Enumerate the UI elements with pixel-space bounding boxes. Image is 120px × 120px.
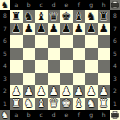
white-bishop[interactable]: ♝ [36,98,46,109]
square-b7[interactable]: ♟ [23,23,36,36]
square-e6[interactable] [60,35,73,48]
black-queen[interactable]: ♛ [49,11,59,22]
white-knight[interactable]: ♞ [24,98,34,109]
square-b8[interactable]: ♞ [23,10,36,23]
black-bishop[interactable]: ♝ [74,11,84,22]
file-label-a: a [10,110,23,120]
square-a8[interactable]: ♜ [10,10,23,23]
black-pawn[interactable]: ♟ [24,23,34,34]
printer-icon [111,111,119,119]
black-pawn[interactable]: ♟ [36,23,46,34]
rank-label-2: 2 [0,85,10,98]
white-pawn[interactable]: ♟ [49,86,59,97]
square-g6[interactable] [85,35,98,48]
square-b5[interactable] [23,48,36,61]
white-pawn[interactable]: ♟ [61,86,71,97]
file-label-e: e [60,0,73,10]
black-pawn[interactable]: ♟ [86,23,96,34]
corner-bottom-left: ♞ [0,110,10,120]
square-c2[interactable]: ♟ [35,85,48,98]
file-labels-bottom: abcdefgh [10,110,110,120]
file-label-f: f [73,0,86,10]
white-knight[interactable]: ♞ [86,98,96,109]
square-d7[interactable]: ♟ [48,23,61,36]
square-e8[interactable]: ♚ [60,10,73,23]
file-label-d: d [48,110,61,120]
square-d5[interactable] [48,48,61,61]
rank-label-4: 4 [0,60,10,73]
black-knight-icon: ♞ [1,1,9,10]
square-f6[interactable] [73,35,86,48]
file-label-h: h [98,0,111,10]
white-queen[interactable]: ♛ [49,98,59,109]
file-label-a: a [10,0,23,10]
square-e3[interactable] [60,73,73,86]
black-rook[interactable]: ♜ [11,11,21,22]
square-c4[interactable] [35,60,48,73]
file-label-f: f [73,110,86,120]
square-c3[interactable] [35,73,48,86]
square-g2[interactable]: ♟ [85,85,98,98]
black-knight[interactable]: ♞ [24,11,34,22]
white-bishop[interactable]: ♝ [74,98,84,109]
rank-label-6: 6 [110,35,120,48]
rank-labels-left: 87654321 [0,10,10,110]
white-pawn[interactable]: ♟ [36,86,46,97]
square-h8[interactable]: ♜ [98,10,111,23]
rank-label-2: 2 [110,85,120,98]
white-pawn[interactable]: ♟ [99,86,109,97]
square-d6[interactable] [48,35,61,48]
square-a5[interactable] [10,48,23,61]
white-pawn[interactable]: ♟ [24,86,34,97]
rank-label-7: 7 [110,23,120,36]
rank-label-1: 1 [0,98,10,111]
square-b6[interactable] [23,35,36,48]
square-f2[interactable]: ♟ [73,85,86,98]
file-label-g: g [85,0,98,10]
square-g3[interactable] [85,73,98,86]
black-king[interactable]: ♚ [61,11,71,22]
square-d4[interactable] [48,60,61,73]
square-e1[interactable]: ♚ [60,98,73,111]
file-labels-top: abcdefgh [10,0,110,10]
square-d2[interactable]: ♟ [48,85,61,98]
white-pawn[interactable]: ♟ [86,86,96,97]
rank-label-1: 1 [110,98,120,111]
square-b2[interactable]: ♟ [23,85,36,98]
rank-label-5: 5 [110,48,120,61]
square-h5[interactable] [98,48,111,61]
square-f1[interactable]: ♝ [73,98,86,111]
square-c5[interactable] [35,48,48,61]
square-c7[interactable]: ♟ [35,23,48,36]
black-pawn[interactable]: ♟ [74,23,84,34]
white-king[interactable]: ♚ [61,98,71,109]
square-a2[interactable]: ♟ [10,85,23,98]
square-f4[interactable] [73,60,86,73]
white-rook[interactable]: ♜ [11,98,21,109]
square-f7[interactable]: ♟ [73,23,86,36]
black-pawn[interactable]: ♟ [11,23,21,34]
file-label-b: b [23,110,36,120]
square-a1[interactable]: ♜ [10,98,23,111]
file-label-g: g [85,110,98,120]
square-h3[interactable] [98,73,111,86]
black-pawn[interactable]: ♟ [49,23,59,34]
file-label-h: h [98,110,111,120]
white-knight-icon: ♞ [1,111,9,120]
rank-label-3: 3 [0,73,10,86]
printer-icon [111,1,119,9]
rank-label-6: 6 [0,35,10,48]
square-g1[interactable]: ♞ [85,98,98,111]
square-e7[interactable]: ♟ [60,23,73,36]
square-a7[interactable]: ♟ [10,23,23,36]
square-e2[interactable]: ♟ [60,85,73,98]
corner-bottom-right[interactable] [110,110,120,120]
square-a6[interactable] [10,35,23,48]
square-g7[interactable]: ♟ [85,23,98,36]
square-h1[interactable]: ♜ [98,98,111,111]
black-bishop[interactable]: ♝ [36,11,46,22]
square-e5[interactable] [60,48,73,61]
square-c8[interactable]: ♝ [35,10,48,23]
square-f8[interactable]: ♝ [73,10,86,23]
square-g5[interactable] [85,48,98,61]
black-pawn[interactable]: ♟ [61,23,71,34]
square-f5[interactable] [73,48,86,61]
white-pawn[interactable]: ♟ [11,86,21,97]
rank-label-5: 5 [0,48,10,61]
square-g8[interactable]: ♞ [85,10,98,23]
square-b4[interactable] [23,60,36,73]
square-a4[interactable] [10,60,23,73]
square-d1[interactable]: ♛ [48,98,61,111]
square-e4[interactable] [60,60,73,73]
rank-label-8: 8 [0,10,10,23]
square-h4[interactable] [98,60,111,73]
file-label-d: d [48,0,61,10]
square-d3[interactable] [48,73,61,86]
chess-board-frame: ♞ abcdefgh 87654321 ♜♞♝♛♚♝♞♜♟♟♟♟♟♟♟♟♟♟♟♟… [0,0,120,120]
square-b1[interactable]: ♞ [23,98,36,111]
square-d8[interactable]: ♛ [48,10,61,23]
corner-top-right[interactable] [110,0,120,10]
white-pawn[interactable]: ♟ [74,86,84,97]
black-rook[interactable]: ♜ [99,11,109,22]
square-h7[interactable]: ♟ [98,23,111,36]
square-c6[interactable] [35,35,48,48]
corner-top-left: ♞ [0,0,10,10]
rank-label-7: 7 [0,23,10,36]
square-c1[interactable]: ♝ [35,98,48,111]
rank-label-4: 4 [110,60,120,73]
black-pawn[interactable]: ♟ [99,23,109,34]
square-f3[interactable] [73,73,86,86]
square-a3[interactable] [10,73,23,86]
rank-label-3: 3 [110,73,120,86]
file-label-e: e [60,110,73,120]
black-knight[interactable]: ♞ [86,11,96,22]
file-label-c: c [35,0,48,10]
square-h2[interactable]: ♟ [98,85,111,98]
file-label-c: c [35,110,48,120]
rank-labels-right: 87654321 [110,10,120,110]
square-b3[interactable] [23,73,36,86]
file-label-b: b [23,0,36,10]
chess-board: ♜♞♝♛♚♝♞♜♟♟♟♟♟♟♟♟♟♟♟♟♟♟♟♟♜♞♝♛♚♝♞♜ [10,10,110,110]
square-g4[interactable] [85,60,98,73]
rank-label-8: 8 [110,10,120,23]
white-rook[interactable]: ♜ [99,98,109,109]
square-h6[interactable] [98,35,111,48]
